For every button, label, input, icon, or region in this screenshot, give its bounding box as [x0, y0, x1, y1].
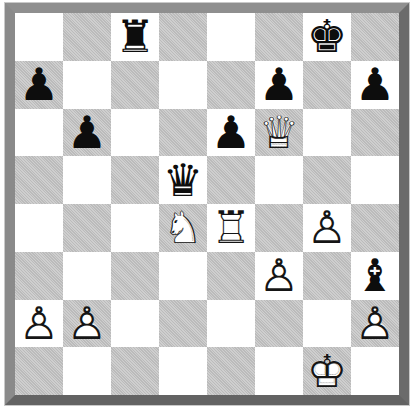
black-pawn-icon: ♟ [63, 109, 111, 157]
square-e7[interactable] [207, 61, 255, 109]
square-e3[interactable] [207, 252, 255, 300]
square-h4[interactable] [351, 204, 399, 252]
square-a2[interactable]: ♟♙ [15, 300, 63, 348]
square-a4[interactable] [15, 204, 63, 252]
square-g3[interactable] [303, 252, 351, 300]
square-c6[interactable] [111, 109, 159, 157]
piece-white-knight-d4[interactable]: ♞♘ [159, 204, 207, 252]
white-knight-icon: ♘ [159, 204, 207, 252]
square-f3[interactable]: ♟♙ [255, 252, 303, 300]
square-b2[interactable]: ♟♙ [63, 300, 111, 348]
square-a7[interactable]: ♟ [15, 61, 63, 109]
square-b4[interactable] [63, 204, 111, 252]
piece-white-queen-f6[interactable]: ♛♕ [255, 109, 303, 157]
square-h1[interactable] [351, 347, 399, 395]
square-d7[interactable] [159, 61, 207, 109]
square-h6[interactable] [351, 109, 399, 157]
square-f6[interactable]: ♛♕ [255, 109, 303, 157]
square-e1[interactable] [207, 347, 255, 395]
black-rook-icon: ♜ [111, 13, 159, 61]
square-e6[interactable]: ♟ [207, 109, 255, 157]
piece-black-bishop-h3[interactable]: ♝ [351, 252, 399, 300]
chess-diagram: ♜♚♟♟♟♟♟♛♕♛♞♘♜♖♟♙♟♙♝♟♙♟♙♟♙♚♔ [0, 0, 414, 408]
square-c8[interactable]: ♜ [111, 13, 159, 61]
square-b8[interactable] [63, 13, 111, 61]
square-a1[interactable] [15, 347, 63, 395]
square-d3[interactable] [159, 252, 207, 300]
black-bishop-icon: ♝ [351, 252, 399, 300]
piece-white-pawn-a2[interactable]: ♟♙ [15, 300, 63, 348]
square-g4[interactable]: ♟♙ [303, 204, 351, 252]
piece-white-rook-e4[interactable]: ♜♖ [207, 204, 255, 252]
square-c4[interactable] [111, 204, 159, 252]
black-pawn-icon: ♟ [15, 61, 63, 109]
square-a8[interactable] [15, 13, 63, 61]
square-b3[interactable] [63, 252, 111, 300]
square-b6[interactable]: ♟ [63, 109, 111, 157]
square-c1[interactable] [111, 347, 159, 395]
square-d4[interactable]: ♞♘ [159, 204, 207, 252]
piece-black-pawn-a7[interactable]: ♟ [15, 61, 63, 109]
square-h7[interactable]: ♟ [351, 61, 399, 109]
square-h3[interactable]: ♝ [351, 252, 399, 300]
square-d1[interactable] [159, 347, 207, 395]
black-pawn-icon: ♟ [207, 109, 255, 157]
square-h8[interactable] [351, 13, 399, 61]
square-g7[interactable] [303, 61, 351, 109]
square-f8[interactable] [255, 13, 303, 61]
square-f5[interactable] [255, 156, 303, 204]
piece-white-pawn-g4[interactable]: ♟♙ [303, 204, 351, 252]
piece-black-queen-d5[interactable]: ♛ [159, 156, 207, 204]
square-f7[interactable]: ♟ [255, 61, 303, 109]
piece-black-pawn-e6[interactable]: ♟ [207, 109, 255, 157]
piece-white-pawn-b2[interactable]: ♟♙ [63, 300, 111, 348]
square-c2[interactable] [111, 300, 159, 348]
black-king-icon: ♚ [303, 13, 351, 61]
square-c3[interactable] [111, 252, 159, 300]
square-e8[interactable] [207, 13, 255, 61]
black-pawn-icon: ♟ [255, 61, 303, 109]
square-a6[interactable] [15, 109, 63, 157]
square-f1[interactable] [255, 347, 303, 395]
square-e2[interactable] [207, 300, 255, 348]
piece-black-king-g8[interactable]: ♚ [303, 13, 351, 61]
piece-white-pawn-h2[interactable]: ♟♙ [351, 300, 399, 348]
square-d2[interactable] [159, 300, 207, 348]
square-g1[interactable]: ♚♔ [303, 347, 351, 395]
square-g2[interactable] [303, 300, 351, 348]
square-d5[interactable]: ♛ [159, 156, 207, 204]
square-d6[interactable] [159, 109, 207, 157]
square-b5[interactable] [63, 156, 111, 204]
square-h2[interactable]: ♟♙ [351, 300, 399, 348]
piece-black-pawn-h7[interactable]: ♟ [351, 61, 399, 109]
piece-black-rook-c8[interactable]: ♜ [111, 13, 159, 61]
white-pawn-icon: ♙ [303, 204, 351, 252]
white-pawn-icon: ♙ [255, 252, 303, 300]
square-g5[interactable] [303, 156, 351, 204]
square-b7[interactable] [63, 61, 111, 109]
square-f2[interactable] [255, 300, 303, 348]
white-pawn-icon: ♙ [15, 300, 63, 348]
piece-white-king-g1[interactable]: ♚♔ [303, 347, 351, 395]
square-g8[interactable]: ♚ [303, 13, 351, 61]
white-rook-icon: ♖ [207, 204, 255, 252]
piece-white-pawn-f3[interactable]: ♟♙ [255, 252, 303, 300]
board-frame: ♜♚♟♟♟♟♟♛♕♛♞♘♜♖♟♙♟♙♝♟♙♟♙♟♙♚♔ [5, 3, 409, 405]
white-queen-icon: ♕ [255, 109, 303, 157]
black-pawn-icon: ♟ [351, 61, 399, 109]
square-c5[interactable] [111, 156, 159, 204]
piece-black-pawn-f7[interactable]: ♟ [255, 61, 303, 109]
black-queen-icon: ♛ [159, 156, 207, 204]
square-e5[interactable] [207, 156, 255, 204]
piece-black-pawn-b6[interactable]: ♟ [63, 109, 111, 157]
square-f4[interactable] [255, 204, 303, 252]
square-a3[interactable] [15, 252, 63, 300]
square-h5[interactable] [351, 156, 399, 204]
square-e4[interactable]: ♜♖ [207, 204, 255, 252]
square-d8[interactable] [159, 13, 207, 61]
square-g6[interactable] [303, 109, 351, 157]
white-pawn-icon: ♙ [351, 300, 399, 348]
square-c7[interactable] [111, 61, 159, 109]
square-b1[interactable] [63, 347, 111, 395]
white-king-icon: ♔ [303, 347, 351, 395]
chess-board: ♜♚♟♟♟♟♟♛♕♛♞♘♜♖♟♙♟♙♝♟♙♟♙♟♙♚♔ [15, 13, 399, 395]
white-pawn-icon: ♙ [63, 300, 111, 348]
square-a5[interactable] [15, 156, 63, 204]
